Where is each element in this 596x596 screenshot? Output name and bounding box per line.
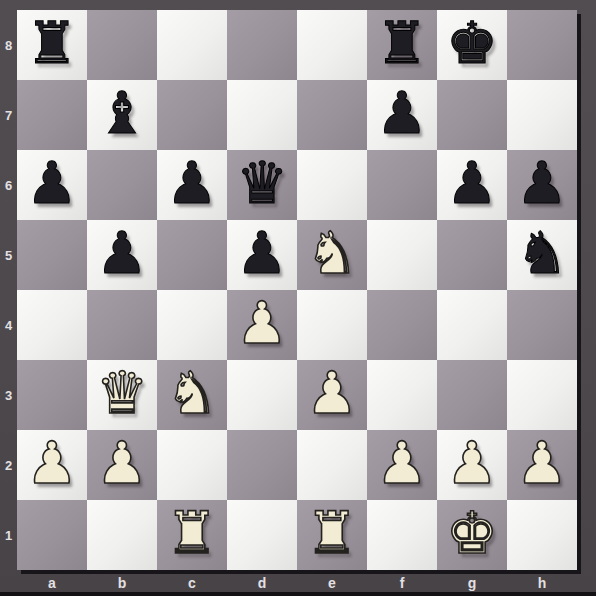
square-a4[interactable] xyxy=(17,290,87,360)
square-d2[interactable] xyxy=(227,430,297,500)
chessboard-frame: ♜♜♚♝♟♟♟♛♟♟♟♟♞♞♟♛♞♟♟♟♟♟♟♜♜♚ 87654321 abcd… xyxy=(0,0,596,596)
square-d6[interactable]: ♛ xyxy=(227,150,297,220)
piece-black-pawn-c6[interactable]: ♟ xyxy=(166,154,218,212)
square-g6[interactable]: ♟ xyxy=(437,150,507,220)
square-c7[interactable] xyxy=(157,80,227,150)
square-e6[interactable] xyxy=(297,150,367,220)
piece-white-pawn-e3[interactable]: ♟ xyxy=(306,364,358,422)
square-d5[interactable]: ♟ xyxy=(227,220,297,290)
piece-black-king-g8[interactable]: ♚ xyxy=(446,14,498,72)
frame-bottom-edge xyxy=(0,592,596,596)
rank-label-7: 7 xyxy=(0,80,17,150)
file-label-e: e xyxy=(297,573,367,592)
square-g5[interactable] xyxy=(437,220,507,290)
square-g3[interactable] xyxy=(437,360,507,430)
square-f3[interactable] xyxy=(367,360,437,430)
square-b5[interactable]: ♟ xyxy=(87,220,157,290)
piece-white-pawn-f2[interactable]: ♟ xyxy=(376,434,428,492)
piece-black-bishop-b7[interactable]: ♝ xyxy=(96,84,148,142)
square-g7[interactable] xyxy=(437,80,507,150)
square-d4[interactable]: ♟ xyxy=(227,290,297,360)
square-e4[interactable] xyxy=(297,290,367,360)
file-label-f: f xyxy=(367,573,437,592)
square-d8[interactable] xyxy=(227,10,297,80)
square-a8[interactable]: ♜ xyxy=(17,10,87,80)
piece-black-knight-h5[interactable]: ♞ xyxy=(516,224,568,282)
square-f8[interactable]: ♜ xyxy=(367,10,437,80)
piece-black-pawn-d5[interactable]: ♟ xyxy=(236,224,288,282)
square-d7[interactable] xyxy=(227,80,297,150)
file-label-c: c xyxy=(157,573,227,592)
square-c4[interactable] xyxy=(157,290,227,360)
piece-white-knight-e5[interactable]: ♞ xyxy=(306,224,358,282)
rank-label-8: 8 xyxy=(0,10,17,80)
file-label-b: b xyxy=(87,573,157,592)
piece-black-rook-f8[interactable]: ♜ xyxy=(376,14,428,72)
square-b2[interactable]: ♟ xyxy=(87,430,157,500)
rank-labels: 87654321 xyxy=(0,10,17,570)
piece-white-knight-c3[interactable]: ♞ xyxy=(166,364,218,422)
square-a7[interactable] xyxy=(17,80,87,150)
file-label-a: a xyxy=(17,573,87,592)
piece-black-pawn-h6[interactable]: ♟ xyxy=(516,154,568,212)
piece-black-queen-d6[interactable]: ♛ xyxy=(236,154,288,212)
square-a2[interactable]: ♟ xyxy=(17,430,87,500)
square-f1[interactable] xyxy=(367,500,437,570)
square-c3[interactable]: ♞ xyxy=(157,360,227,430)
piece-white-rook-c1[interactable]: ♜ xyxy=(166,504,218,562)
rank-label-1: 1 xyxy=(0,500,17,570)
piece-white-pawn-g2[interactable]: ♟ xyxy=(446,434,498,492)
square-b7[interactable]: ♝ xyxy=(87,80,157,150)
square-f5[interactable] xyxy=(367,220,437,290)
rank-label-2: 2 xyxy=(0,430,17,500)
square-b8[interactable] xyxy=(87,10,157,80)
square-b4[interactable] xyxy=(87,290,157,360)
file-labels: abcdefgh xyxy=(17,573,577,592)
file-label-g: g xyxy=(437,573,507,592)
square-a5[interactable] xyxy=(17,220,87,290)
piece-black-pawn-f7[interactable]: ♟ xyxy=(376,84,428,142)
rank-label-4: 4 xyxy=(0,290,17,360)
rank-label-3: 3 xyxy=(0,360,17,430)
square-e1[interactable]: ♜ xyxy=(297,500,367,570)
rank-label-6: 6 xyxy=(0,150,17,220)
piece-white-pawn-b2[interactable]: ♟ xyxy=(96,434,148,492)
square-c8[interactable] xyxy=(157,10,227,80)
square-h7[interactable] xyxy=(507,80,577,150)
square-c2[interactable] xyxy=(157,430,227,500)
square-b3[interactable]: ♛ xyxy=(87,360,157,430)
square-g1[interactable]: ♚ xyxy=(437,500,507,570)
square-e8[interactable] xyxy=(297,10,367,80)
square-d3[interactable] xyxy=(227,360,297,430)
square-a3[interactable] xyxy=(17,360,87,430)
square-f7[interactable]: ♟ xyxy=(367,80,437,150)
square-h2[interactable]: ♟ xyxy=(507,430,577,500)
square-a1[interactable] xyxy=(17,500,87,570)
square-c6[interactable]: ♟ xyxy=(157,150,227,220)
square-c5[interactable] xyxy=(157,220,227,290)
square-f4[interactable] xyxy=(367,290,437,360)
piece-white-pawn-h2[interactable]: ♟ xyxy=(516,434,568,492)
square-e3[interactable]: ♟ xyxy=(297,360,367,430)
square-h3[interactable] xyxy=(507,360,577,430)
piece-black-pawn-b5[interactable]: ♟ xyxy=(96,224,148,282)
square-h8[interactable] xyxy=(507,10,577,80)
square-a6[interactable]: ♟ xyxy=(17,150,87,220)
piece-white-pawn-d4[interactable]: ♟ xyxy=(236,294,288,352)
square-h4[interactable] xyxy=(507,290,577,360)
square-f6[interactable] xyxy=(367,150,437,220)
piece-black-pawn-g6[interactable]: ♟ xyxy=(446,154,498,212)
piece-white-rook-e1[interactable]: ♜ xyxy=(306,504,358,562)
square-c1[interactable]: ♜ xyxy=(157,500,227,570)
square-b6[interactable] xyxy=(87,150,157,220)
square-h1[interactable] xyxy=(507,500,577,570)
rank-label-5: 5 xyxy=(0,220,17,290)
piece-white-pawn-a2[interactable]: ♟ xyxy=(26,434,78,492)
file-label-d: d xyxy=(227,573,297,592)
piece-black-pawn-a6[interactable]: ♟ xyxy=(26,154,78,212)
file-label-h: h xyxy=(507,573,577,592)
square-g2[interactable]: ♟ xyxy=(437,430,507,500)
square-h6[interactable]: ♟ xyxy=(507,150,577,220)
piece-white-king-g1[interactable]: ♚ xyxy=(446,504,498,562)
piece-black-rook-a8[interactable]: ♜ xyxy=(26,14,78,72)
piece-white-queen-b3[interactable]: ♛ xyxy=(96,364,148,422)
square-d1[interactable] xyxy=(227,500,297,570)
square-e5[interactable]: ♞ xyxy=(297,220,367,290)
square-f2[interactable]: ♟ xyxy=(367,430,437,500)
board-grid: ♜♜♚♝♟♟♟♛♟♟♟♟♞♞♟♛♞♟♟♟♟♟♟♜♜♚ xyxy=(17,10,577,570)
square-e2[interactable] xyxy=(297,430,367,500)
square-b1[interactable] xyxy=(87,500,157,570)
square-g4[interactable] xyxy=(437,290,507,360)
square-e7[interactable] xyxy=(297,80,367,150)
square-g8[interactable]: ♚ xyxy=(437,10,507,80)
square-h5[interactable]: ♞ xyxy=(507,220,577,290)
